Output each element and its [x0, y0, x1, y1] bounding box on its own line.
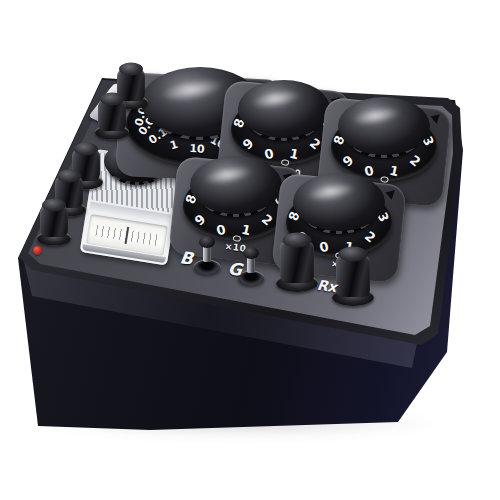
battery-terminal-label: B	[179, 249, 194, 268]
switch-cap	[199, 236, 215, 248]
post-top	[100, 93, 124, 106]
red-indicator-dot	[33, 246, 42, 255]
knob-cap	[293, 173, 385, 231]
post-top	[339, 247, 368, 262]
knob-cap	[338, 97, 430, 155]
dial-ornament-icon	[232, 235, 241, 242]
post-top	[57, 170, 81, 183]
post-top	[74, 143, 98, 156]
post-top	[42, 199, 66, 212]
galvanometer-terminal-label: G	[227, 260, 243, 279]
knob-cap	[190, 156, 282, 214]
post-top	[283, 233, 312, 248]
dial-ornament-icon	[380, 176, 389, 183]
knob-cap	[238, 80, 330, 138]
rx-terminal-label: Rx	[316, 278, 338, 295]
switch-cap	[243, 247, 259, 259]
ratio-label: 10	[189, 143, 205, 155]
post-top	[119, 63, 143, 76]
instrument-photo: 0.001 0.01 0.1 1 10 100 1000 8 9 0 1 2 3…	[0, 0, 500, 500]
dial-ornament-icon	[280, 159, 289, 166]
